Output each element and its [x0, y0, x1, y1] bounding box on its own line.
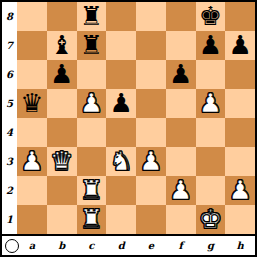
square-c4[interactable] — [77, 118, 107, 147]
square-d6[interactable] — [106, 60, 136, 89]
square-e8[interactable] — [136, 2, 166, 31]
black-bishop-b7: ♝ — [50, 32, 73, 58]
white-knight-d3: ♞ — [109, 148, 132, 174]
white-pawn-f2: ♟ — [169, 177, 192, 203]
chess-diagram: 87654321 ♜♚♝♜♟♟♟♟♛♟♟♟♟♛♞♟♜♟♟♜♚ abcdefgh — [0, 0, 257, 257]
black-queen-a5: ♛ — [20, 90, 43, 116]
white-king-g1: ♚ — [199, 206, 222, 232]
footer-strip: abcdefgh — [2, 236, 255, 255]
square-f1[interactable] — [166, 205, 196, 234]
file-labels-row: abcdefgh — [17, 236, 255, 255]
square-g5[interactable]: ♟ — [196, 89, 226, 118]
square-c5[interactable]: ♟ — [77, 89, 107, 118]
file-label-f: f — [166, 236, 196, 255]
square-e5[interactable] — [136, 89, 166, 118]
square-d3[interactable]: ♞ — [106, 147, 136, 176]
white-pawn-g5: ♟ — [199, 90, 222, 116]
white-pawn-h2: ♟ — [228, 177, 251, 203]
rank-label-6: 6 — [2, 60, 17, 89]
square-a1[interactable] — [17, 205, 47, 234]
black-pawn-d5: ♟ — [109, 90, 132, 116]
square-a8[interactable] — [17, 2, 47, 31]
square-d4[interactable] — [106, 118, 136, 147]
square-b6[interactable]: ♟ — [47, 60, 77, 89]
file-label-g: g — [196, 236, 226, 255]
square-b4[interactable] — [47, 118, 77, 147]
white-pawn-e3: ♟ — [139, 148, 162, 174]
square-e7[interactable] — [136, 31, 166, 60]
black-rook-c8: ♜ — [80, 3, 103, 29]
white-pawn-c5: ♟ — [80, 90, 103, 116]
square-h3[interactable] — [225, 147, 255, 176]
square-c2[interactable]: ♜ — [77, 176, 107, 205]
square-b8[interactable] — [47, 2, 77, 31]
square-h5[interactable] — [225, 89, 255, 118]
rank-labels-column: 87654321 — [2, 2, 17, 234]
square-c8[interactable]: ♜ — [77, 2, 107, 31]
white-rook-c1: ♜ — [80, 206, 103, 232]
square-a5[interactable]: ♛ — [17, 89, 47, 118]
rank-label-1: 1 — [2, 205, 17, 234]
square-e4[interactable] — [136, 118, 166, 147]
black-pawn-f6: ♟ — [169, 61, 192, 87]
square-g6[interactable] — [196, 60, 226, 89]
square-d5[interactable]: ♟ — [106, 89, 136, 118]
square-c7[interactable]: ♜ — [77, 31, 107, 60]
square-b5[interactable] — [47, 89, 77, 118]
rank-label-5: 5 — [2, 89, 17, 118]
square-a4[interactable] — [17, 118, 47, 147]
square-e3[interactable]: ♟ — [136, 147, 166, 176]
file-label-c: c — [77, 236, 107, 255]
black-pawn-b6: ♟ — [50, 61, 73, 87]
file-label-d: d — [106, 236, 136, 255]
square-c6[interactable] — [77, 60, 107, 89]
square-g2[interactable] — [196, 176, 226, 205]
square-d7[interactable] — [106, 31, 136, 60]
square-c1[interactable]: ♜ — [77, 205, 107, 234]
square-h7[interactable]: ♟ — [225, 31, 255, 60]
square-g7[interactable]: ♟ — [196, 31, 226, 60]
file-label-b: b — [47, 236, 77, 255]
square-g4[interactable] — [196, 118, 226, 147]
black-pawn-h7: ♟ — [228, 32, 251, 58]
square-b3[interactable]: ♛ — [47, 147, 77, 176]
file-label-a: a — [17, 236, 47, 255]
square-f6[interactable]: ♟ — [166, 60, 196, 89]
rank-label-2: 2 — [2, 176, 17, 205]
white-rook-c2: ♜ — [80, 177, 103, 203]
rank-label-7: 7 — [2, 31, 17, 60]
white-queen-b3: ♛ — [50, 148, 73, 174]
square-f4[interactable] — [166, 118, 196, 147]
square-f2[interactable]: ♟ — [166, 176, 196, 205]
file-label-h: h — [225, 236, 255, 255]
board-area: 87654321 ♜♚♝♜♟♟♟♟♛♟♟♟♟♛♞♟♜♟♟♜♚ — [2, 2, 255, 234]
square-h1[interactable] — [225, 205, 255, 234]
rank-label-8: 8 — [2, 2, 17, 31]
square-h4[interactable] — [225, 118, 255, 147]
square-d2[interactable] — [106, 176, 136, 205]
square-a2[interactable] — [17, 176, 47, 205]
square-f7[interactable] — [166, 31, 196, 60]
square-f3[interactable] — [166, 147, 196, 176]
square-g3[interactable] — [196, 147, 226, 176]
square-g1[interactable]: ♚ — [196, 205, 226, 234]
square-e1[interactable] — [136, 205, 166, 234]
square-d1[interactable] — [106, 205, 136, 234]
square-b1[interactable] — [47, 205, 77, 234]
square-f8[interactable] — [166, 2, 196, 31]
square-a7[interactable] — [17, 31, 47, 60]
rank-label-3: 3 — [2, 147, 17, 176]
side-to-move-indicator — [5, 239, 19, 253]
square-e6[interactable] — [136, 60, 166, 89]
square-e2[interactable] — [136, 176, 166, 205]
square-h6[interactable] — [225, 60, 255, 89]
square-c3[interactable] — [77, 147, 107, 176]
square-d8[interactable] — [106, 2, 136, 31]
square-b2[interactable] — [47, 176, 77, 205]
file-label-e: e — [136, 236, 166, 255]
square-h8[interactable] — [225, 2, 255, 31]
black-king-g8: ♚ — [199, 3, 222, 29]
square-f5[interactable] — [166, 89, 196, 118]
square-a6[interactable] — [17, 60, 47, 89]
square-h2[interactable]: ♟ — [225, 176, 255, 205]
black-rook-c7: ♜ — [80, 32, 103, 58]
black-pawn-g7: ♟ — [199, 32, 222, 58]
footer-corner — [2, 236, 17, 255]
chess-board: ♜♚♝♜♟♟♟♟♛♟♟♟♟♛♞♟♜♟♟♜♚ — [17, 2, 255, 234]
square-b7[interactable]: ♝ — [47, 31, 77, 60]
rank-label-4: 4 — [2, 118, 17, 147]
white-pawn-a3: ♟ — [20, 148, 43, 174]
square-g8[interactable]: ♚ — [196, 2, 226, 31]
square-a3[interactable]: ♟ — [17, 147, 47, 176]
